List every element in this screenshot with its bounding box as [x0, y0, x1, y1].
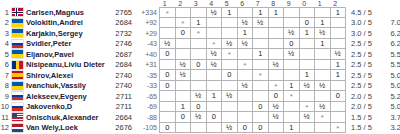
- empty-result-cell: [222, 60, 238, 71]
- player-rating: 2732: [109, 29, 132, 38]
- result-cell: ½: [238, 18, 254, 29]
- diagonal-star: *: [259, 73, 262, 79]
- player-row: 3Karjakin,Sergey2732+290*1½1½3.0 / 56.25: [0, 28, 400, 39]
- empty-result-cell: [269, 49, 285, 60]
- result-cell: 0: [159, 81, 176, 92]
- performance-rating-diff: -65: [132, 93, 157, 100]
- result-cell: 0: [238, 123, 254, 134]
- diagonal-star: *: [212, 42, 215, 48]
- player-row: 8Ivanchuk,Vassily2740-330½*1½½2.5 / 55.0…: [0, 81, 400, 92]
- performance-rating-diff: -35: [132, 72, 157, 79]
- player-rating: 2711: [109, 102, 132, 111]
- diagonal-star: *: [166, 11, 169, 17]
- result-cell: ½: [315, 28, 331, 39]
- result-cell: 0: [300, 18, 316, 29]
- player-row: 10Jakovenko,D2711-69100½*½2.0 / 55.00: [0, 102, 400, 113]
- results-grid-row: 0½*1½½: [159, 81, 346, 92]
- flag-icon-ukr: [12, 82, 23, 90]
- empty-result-cell: [300, 60, 316, 71]
- rank-number: 1: [0, 8, 9, 17]
- diagonal-cell: *: [269, 81, 285, 92]
- result-cell: 1: [331, 7, 347, 19]
- empty-result-cell: [269, 18, 285, 29]
- player-name: Nisipeanu,Liviu Dieter: [26, 60, 109, 69]
- empty-result-cell: [176, 81, 192, 92]
- empty-result-cell: [300, 7, 316, 19]
- performance-rating-diff: +31: [132, 61, 157, 68]
- empty-result-cell: [159, 102, 176, 113]
- result-cell: 0: [207, 112, 223, 123]
- result-cell: ½: [222, 123, 238, 134]
- empty-result-cell: [253, 91, 269, 102]
- result-cell: ½: [269, 60, 285, 71]
- result-cell: ½: [284, 28, 300, 39]
- rank-number: 8: [0, 81, 9, 90]
- score: 2.0 / 5: [351, 92, 385, 101]
- result-cell: ½: [238, 81, 254, 92]
- score: 2.5 / 5: [351, 50, 385, 59]
- empty-result-cell: [300, 49, 316, 60]
- results-grid-row: 100½*½: [159, 102, 346, 113]
- player-name: Svidler,Peter: [26, 39, 109, 48]
- empty-result-cell: [331, 18, 347, 29]
- diagonal-cell: *: [159, 7, 176, 19]
- result-cell: ½: [176, 70, 192, 81]
- empty-result-cell: [331, 102, 347, 113]
- results-grid-row: 0½001*: [159, 123, 346, 134]
- rank-number: 2: [0, 18, 9, 27]
- diagonal-cell: *: [238, 60, 254, 71]
- empty-result-cell: [176, 7, 192, 19]
- crosstable-body: 1Carlsen,Magnus2765+334*½11114.5 / 52Vol…: [0, 7, 400, 133]
- results-grid-row: ½1½0*0: [159, 91, 346, 102]
- empty-result-cell: [269, 70, 285, 81]
- empty-result-cell: [269, 39, 285, 50]
- player-name: Karjakin,Sergey: [26, 29, 109, 38]
- crosstable: 123456789012 1Carlsen,Magnus2765+334*½11…: [0, 0, 400, 133]
- empty-result-cell: [191, 70, 207, 81]
- sonneborn-berger-tiebreak: 3.25: [385, 123, 400, 132]
- diagonal-cell: *: [207, 39, 223, 50]
- player-rating: 2687: [109, 50, 132, 59]
- player-name: Van Wely,Loek: [26, 123, 109, 132]
- player-rating: 2684: [109, 18, 132, 27]
- performance-rating-diff: +40: [132, 51, 157, 58]
- result-cell: ½: [207, 7, 223, 19]
- empty-result-cell: [331, 81, 347, 92]
- flag-icon-ned: [12, 124, 23, 132]
- result-cell: ½: [284, 49, 300, 60]
- result-cell: 0: [191, 60, 207, 71]
- empty-result-cell: [222, 102, 238, 113]
- result-cell: 1: [284, 123, 300, 134]
- result-cell: 0: [176, 112, 192, 123]
- result-cell: 1: [315, 18, 331, 29]
- flag-icon-rou: [12, 61, 23, 69]
- flag-icon-nor: [12, 8, 23, 16]
- empty-result-cell: [253, 112, 269, 123]
- player-rating: 2664: [109, 113, 132, 122]
- result-cell: 0: [176, 28, 192, 39]
- result-cell: 1: [331, 70, 347, 81]
- diagonal-star: *: [290, 94, 293, 100]
- sonneborn-berger-tiebreak: 7.00: [385, 18, 400, 27]
- performance-rating-diff: -88: [132, 114, 157, 121]
- empty-result-cell: [159, 60, 176, 71]
- result-cell: ½: [331, 49, 347, 60]
- result-cell: 0: [191, 102, 207, 113]
- player-row: 7Shirov,Alexei2740-350½0*112.5 / 55.00: [0, 70, 400, 81]
- result-cell: ½: [269, 102, 285, 113]
- empty-result-cell: [315, 70, 331, 81]
- empty-result-cell: [207, 81, 223, 92]
- result-cell: 0: [253, 102, 269, 113]
- empty-result-cell: [300, 123, 316, 134]
- result-cell: ½: [300, 81, 316, 92]
- flag-icon-ukr: [12, 29, 23, 37]
- empty-result-cell: [222, 112, 238, 123]
- empty-result-cell: [284, 112, 300, 123]
- empty-result-cell: [191, 39, 207, 50]
- player-rating: 2684: [109, 60, 132, 69]
- sonneborn-berger-tiebreak: 3.75: [385, 113, 400, 122]
- empty-result-cell: [191, 49, 207, 60]
- result-cell: 0: [253, 123, 269, 134]
- diagonal-star: *: [243, 63, 246, 69]
- diagonal-cell: *: [284, 91, 300, 102]
- flag-icon-usa: [12, 113, 23, 121]
- player-name: Ivanchuk,Vassily: [26, 81, 109, 90]
- empty-result-cell: [159, 28, 176, 39]
- empty-result-cell: [238, 91, 254, 102]
- results-grid-row: 0½*1½½: [159, 49, 346, 60]
- result-cell: ½: [207, 49, 223, 60]
- player-rating: 2711: [109, 92, 132, 101]
- empty-result-cell: [284, 102, 300, 113]
- flag-icon-ukr: [12, 50, 23, 58]
- player-name: Eljanov,Pavel: [26, 50, 109, 59]
- sonneborn-berger-tiebreak: 5.00: [385, 102, 400, 111]
- results-grid-row: 0*1½1½: [159, 28, 346, 39]
- rank-number: 11: [0, 113, 9, 122]
- empty-result-cell: [207, 102, 223, 113]
- empty-result-cell: [238, 7, 254, 19]
- diagonal-cell: *: [300, 102, 316, 113]
- result-cell: ½: [269, 112, 285, 123]
- diagonal-star: *: [274, 84, 277, 90]
- result-cell: 1: [176, 102, 192, 113]
- results-grid-row: *1½½01: [159, 18, 346, 29]
- empty-result-cell: [300, 39, 316, 50]
- rank-number: 5: [0, 50, 9, 59]
- flag-icon-rus: [12, 40, 23, 48]
- score: 3.0 / 5: [351, 29, 385, 38]
- empty-result-cell: [269, 123, 285, 134]
- flag-icon-ukr: [12, 19, 23, 27]
- empty-result-cell: [315, 91, 331, 102]
- result-cell: 1: [207, 91, 223, 102]
- rank-number: 7: [0, 71, 9, 80]
- empty-result-cell: [191, 7, 207, 19]
- diagonal-star: *: [305, 105, 308, 111]
- empty-result-cell: [238, 112, 254, 123]
- empty-result-cell: [207, 28, 223, 39]
- score: 4.5 / 5: [351, 8, 385, 17]
- sonneborn-berger-tiebreak: 5.50: [385, 50, 400, 59]
- result-cell: ½: [159, 39, 176, 50]
- performance-rating-diff: +334: [132, 9, 157, 16]
- diagonal-cell: *: [331, 123, 347, 134]
- player-name: Onischuk,Alexander: [26, 113, 109, 122]
- result-cell: ½: [191, 91, 207, 102]
- result-cell: 0: [269, 91, 285, 102]
- player-rating: 2765: [109, 8, 132, 17]
- results-grid-row: ½*½½01: [159, 39, 346, 50]
- player-rating: 2676: [109, 123, 132, 132]
- results-grid-row: ½0½*½1: [159, 60, 346, 71]
- score: 2.5 / 5: [351, 39, 385, 48]
- empty-result-cell: [207, 18, 223, 29]
- player-row: 9Alekseev,Evgeny2711-65½1½0*02.0 / 55.25: [0, 91, 400, 102]
- result-cell: 0: [159, 70, 176, 81]
- result-cell: 1: [253, 49, 269, 60]
- result-cell: 1: [269, 7, 285, 19]
- result-cell: 0: [284, 39, 300, 50]
- performance-rating-diff: -43: [132, 40, 157, 47]
- empty-result-cell: [253, 39, 269, 50]
- player-rating: 2740: [109, 81, 132, 90]
- empty-result-cell: [253, 81, 269, 92]
- player-name: Carlsen,Magnus: [26, 8, 109, 17]
- player-row: 1Carlsen,Magnus2765+334*½11114.5 / 5: [0, 7, 400, 18]
- result-cell: 0: [222, 70, 238, 81]
- player-row: 2Volokitin,Andrei2684+92*1½½013.0 / 57.0…: [0, 18, 400, 29]
- diagonal-cell: *: [253, 70, 269, 81]
- empty-result-cell: [207, 70, 223, 81]
- diagonal-star: *: [228, 52, 231, 58]
- result-cell: 1: [300, 70, 316, 81]
- player-name: Volokitin,Andrei: [26, 18, 109, 27]
- flag-icon-rus: [12, 92, 23, 100]
- empty-result-cell: [269, 28, 285, 39]
- result-cell: 1: [315, 39, 331, 50]
- diagonal-cell: *: [191, 28, 207, 39]
- diagonal-cell: *: [315, 112, 331, 123]
- result-cell: 0: [159, 123, 176, 134]
- score: 2.5 / 5: [351, 81, 385, 90]
- player-row: 11Onischuk,Alexander2664-880½0½½*1.5 / 5…: [0, 112, 400, 123]
- result-cell: ½: [191, 112, 207, 123]
- result-cell: 0: [331, 91, 347, 102]
- result-cell: ½: [253, 18, 269, 29]
- sonneborn-berger-tiebreak: 6.25: [385, 39, 400, 48]
- empty-result-cell: [315, 49, 331, 60]
- empty-result-cell: [222, 81, 238, 92]
- empty-result-cell: [159, 18, 176, 29]
- player-row: 12Van Wely,Loek2676-1050½001*1.5 / 53.25: [0, 123, 400, 134]
- result-cell: ½: [300, 112, 316, 123]
- player-rating: 2740: [109, 71, 132, 80]
- score: 2.5 / 5: [351, 71, 385, 80]
- empty-result-cell: [315, 7, 331, 19]
- diagonal-star: *: [336, 126, 339, 132]
- result-cell: ½: [176, 60, 192, 71]
- empty-result-cell: [284, 70, 300, 81]
- result-cell: 1: [300, 28, 316, 39]
- diagonal-star: *: [197, 31, 200, 37]
- performance-rating-diff: -105: [132, 124, 157, 131]
- empty-result-cell: [331, 28, 347, 39]
- empty-result-cell: [238, 49, 254, 60]
- empty-result-cell: [300, 91, 316, 102]
- empty-result-cell: [176, 91, 192, 102]
- empty-result-cell: [331, 39, 347, 50]
- score: 1.5 / 5: [351, 123, 385, 132]
- score: 3.0 / 5: [351, 18, 385, 27]
- empty-result-cell: [176, 123, 192, 134]
- empty-result-cell: [191, 81, 207, 92]
- empty-result-cell: [331, 112, 347, 123]
- sonneborn-berger-tiebreak: 5.25: [385, 92, 400, 101]
- empty-result-cell: [238, 102, 254, 113]
- player-rating: 2746: [109, 39, 132, 48]
- rank-number: 12: [0, 123, 9, 132]
- empty-result-cell: [159, 91, 176, 102]
- empty-result-cell: [238, 70, 254, 81]
- diagonal-star: *: [321, 115, 324, 121]
- performance-rating-diff: +29: [132, 30, 157, 37]
- result-cell: ½: [222, 91, 238, 102]
- empty-result-cell: [191, 123, 207, 134]
- performance-rating-diff: -69: [132, 103, 157, 110]
- performance-rating-diff: -33: [132, 82, 157, 89]
- sonneborn-berger-tiebreak: 5.50: [385, 60, 400, 69]
- diagonal-cell: *: [176, 18, 192, 29]
- result-cell: 1: [284, 81, 300, 92]
- rank-number: 4: [0, 39, 9, 48]
- results-grid-row: 0½0½½*: [159, 112, 346, 123]
- empty-result-cell: [253, 60, 269, 71]
- empty-result-cell: [222, 28, 238, 39]
- empty-result-cell: [284, 7, 300, 19]
- player-row: 4Svidler,Peter2746-43½*½½012.5 / 56.25: [0, 39, 400, 50]
- result-cell: ½: [315, 102, 331, 113]
- empty-result-cell: [315, 123, 331, 134]
- result-cell: ½: [222, 39, 238, 50]
- performance-rating-diff: +92: [132, 19, 157, 26]
- result-cell: 1: [331, 60, 347, 71]
- empty-result-cell: [222, 18, 238, 29]
- empty-result-cell: [284, 18, 300, 29]
- result-cell: 0: [159, 49, 176, 60]
- empty-result-cell: [253, 28, 269, 39]
- empty-result-cell: [207, 123, 223, 134]
- score: 2.0 / 5: [351, 102, 385, 111]
- result-cell: 1: [222, 7, 238, 19]
- empty-result-cell: [159, 112, 176, 123]
- sonneborn-berger-tiebreak: 5.00: [385, 81, 400, 90]
- results-grid-row: 0½0*11: [159, 70, 346, 81]
- results-grid-row: *½1111: [159, 7, 346, 19]
- result-cell: ½: [207, 60, 223, 71]
- sonneborn-berger-tiebreak: 6.25: [385, 29, 400, 38]
- rank-number: 10: [0, 102, 9, 111]
- empty-result-cell: [315, 60, 331, 71]
- result-cell: ½: [315, 81, 331, 92]
- diagonal-star: *: [181, 21, 184, 27]
- rank-number: 6: [0, 60, 9, 69]
- result-cell: ½: [238, 39, 254, 50]
- result-cell: 1: [253, 7, 269, 19]
- score: 2.5 / 5: [351, 60, 385, 69]
- player-name: Shirov,Alexei: [26, 71, 109, 80]
- sonneborn-berger-tiebreak: 5.00: [385, 71, 400, 80]
- rank-number: 9: [0, 92, 9, 101]
- result-cell: 1: [238, 28, 254, 39]
- empty-result-cell: [176, 49, 192, 60]
- diagonal-cell: *: [222, 49, 238, 60]
- score: 1.5 / 5: [351, 113, 385, 122]
- player-name: Alekseev,Evgeny: [26, 92, 109, 101]
- player-name: Jakovenko,D: [26, 102, 109, 111]
- rank-number: 3: [0, 29, 9, 38]
- player-row: 5Eljanov,Pavel2687+400½*1½½2.5 / 55.50: [0, 49, 400, 60]
- empty-result-cell: [284, 60, 300, 71]
- flag-icon-rus: [12, 103, 23, 111]
- result-cell: 1: [191, 18, 207, 29]
- empty-result-cell: [176, 39, 192, 50]
- player-row: 6Nisipeanu,Liviu Dieter2684+31½0½*½12.5 …: [0, 60, 400, 71]
- flag-icon-esp: [12, 71, 23, 79]
